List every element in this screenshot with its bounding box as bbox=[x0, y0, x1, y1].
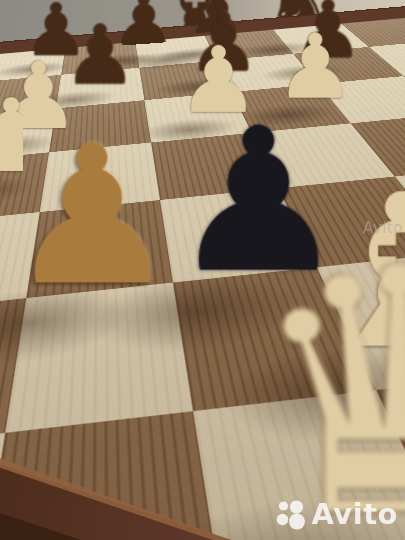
square-c2 bbox=[0, 433, 5, 540]
square-d2 bbox=[0, 411, 229, 540]
avito-watermark-text: Avito bbox=[311, 497, 398, 531]
cream-queen-glyph: ♛ bbox=[246, 224, 405, 540]
square-c3 bbox=[0, 298, 26, 455]
listing-photo: ♟♟♟♝♟♞♟♟♟♟♟♟♟♟♟♝♛ Avito Avito bbox=[0, 0, 405, 540]
avito-watermark-faint: Avito bbox=[363, 219, 403, 237]
chess-board: ♟♟♟♝♟♞♟♟♟♟♟♟♟♟♟♝♛ bbox=[0, 5, 405, 540]
avito-logo-icon bbox=[274, 498, 306, 530]
vintage_tan-pawn-glyph: ♟ bbox=[6, 120, 178, 312]
avito-watermark: Avito bbox=[274, 497, 398, 531]
